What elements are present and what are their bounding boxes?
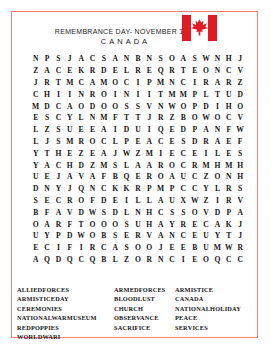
- grid-cell: V: [64, 206, 75, 218]
- grid-cell: S: [30, 195, 41, 207]
- grid-cell: R: [234, 242, 245, 254]
- grid-cell: H: [53, 147, 64, 159]
- grid-cell: S: [53, 53, 64, 65]
- grid-cell: P: [144, 183, 155, 195]
- grid-cell: U: [30, 171, 41, 183]
- grid-cell: E: [30, 242, 41, 254]
- grid-cell: Z: [87, 159, 98, 171]
- grid-cell: E: [189, 254, 200, 266]
- grid-cell: C: [75, 254, 86, 266]
- grid-cell: K: [110, 183, 121, 195]
- grid-cell: R: [132, 65, 143, 77]
- word-list-item: NATIONALHOLIDAY: [175, 304, 241, 313]
- grid-cell: I: [212, 195, 223, 207]
- grid-cell: S: [53, 136, 64, 148]
- grid-cell: R: [64, 195, 75, 207]
- grid-cell: I: [121, 195, 132, 207]
- grid-cell: E: [132, 136, 143, 148]
- grid-cell: C: [155, 136, 166, 148]
- grid-cell: E: [166, 147, 177, 159]
- grid-cell: P: [166, 183, 177, 195]
- grid-cell: W: [87, 206, 98, 218]
- grid-cell: A: [64, 100, 75, 112]
- grid-cell: C: [41, 242, 52, 254]
- grid-cell: H: [144, 218, 155, 230]
- grid-cell: O: [144, 242, 155, 254]
- grid-cell: S: [234, 147, 245, 159]
- grid-cell: A: [98, 124, 109, 136]
- grid-cell: E: [121, 230, 132, 242]
- grid-cell: P: [121, 136, 132, 148]
- grid-cell: A: [155, 230, 166, 242]
- grid-cell: D: [110, 206, 121, 218]
- grid-cell: H: [223, 53, 234, 65]
- word-search-grid: NPSJACSANBNSOASWNHJZACEKRDELREQRTEONCVJR…: [30, 53, 246, 265]
- grid-cell: S: [53, 124, 64, 136]
- grid-cell: E: [41, 195, 52, 207]
- grid-cell: I: [110, 88, 121, 100]
- grid-cell: I: [144, 124, 155, 136]
- grid-cell: A: [155, 218, 166, 230]
- grid-cell: N: [87, 112, 98, 124]
- grid-cell: Z: [200, 171, 211, 183]
- grid-cell: H: [234, 159, 245, 171]
- grid-cell: D: [178, 124, 189, 136]
- grid-cell: C: [30, 88, 41, 100]
- grid-cell: K: [75, 65, 86, 77]
- grid-cell: M: [155, 77, 166, 89]
- grid-cell: E: [223, 136, 234, 148]
- grid-cell: M: [155, 183, 166, 195]
- grid-cell: D: [41, 100, 52, 112]
- grid-cell: O: [166, 53, 177, 65]
- grid-cell: R: [166, 65, 177, 77]
- grid-cell: D: [234, 88, 245, 100]
- grid-cell: R: [189, 159, 200, 171]
- grid-cell: T: [155, 88, 166, 100]
- grid-cell: A: [155, 195, 166, 207]
- grid-cell: L: [110, 136, 121, 148]
- grid-cell: H: [64, 159, 75, 171]
- grid-cell: I: [64, 88, 75, 100]
- grid-cell: J: [41, 136, 52, 148]
- grid-cell: T: [132, 112, 143, 124]
- grid-cell: N: [87, 183, 98, 195]
- grid-cell: F: [41, 206, 52, 218]
- grid-cell: I: [178, 254, 189, 266]
- grid-cell: M: [166, 88, 177, 100]
- grid-cell: S: [155, 53, 166, 65]
- word-list-item: REDPOPPIES: [17, 323, 97, 332]
- grid-cell: E: [166, 136, 177, 148]
- grid-cell: R: [144, 254, 155, 266]
- grid-cell: F: [98, 171, 109, 183]
- grid-cell: C: [166, 254, 177, 266]
- grid-cell: M: [200, 159, 211, 171]
- grid-cell: S: [98, 206, 109, 218]
- grid-cell: R: [144, 171, 155, 183]
- grid-cell: N: [155, 254, 166, 266]
- grid-cell: T: [53, 77, 64, 89]
- grid-cell: U: [30, 230, 41, 242]
- grid-cell: W: [121, 147, 132, 159]
- grid-cell: W: [234, 124, 245, 136]
- grid-cell: V: [144, 100, 155, 112]
- word-list-item: NATIONALWARMUSEUM: [17, 313, 97, 322]
- grid-cell: B: [132, 53, 143, 65]
- grid-cell: C: [178, 159, 189, 171]
- grid-cell: E: [110, 65, 121, 77]
- grid-cell: I: [132, 88, 143, 100]
- grid-cell: Q: [75, 183, 86, 195]
- grid-cell: E: [178, 242, 189, 254]
- grid-cell: N: [41, 183, 52, 195]
- grid-cell: Y: [200, 183, 211, 195]
- grid-cell: C: [53, 112, 64, 124]
- word-list-item: ARMISTICE: [175, 285, 241, 294]
- grid-cell: T: [212, 88, 223, 100]
- grid-cell: R: [75, 136, 86, 148]
- grid-cell: Z: [121, 254, 132, 266]
- grid-cell: A: [53, 206, 64, 218]
- grid-cell: O: [75, 195, 86, 207]
- grid-cell: S: [121, 218, 132, 230]
- grid-cell: Q: [121, 171, 132, 183]
- grid-cell: O: [98, 218, 109, 230]
- grid-cell: P: [189, 100, 200, 112]
- grid-cell: V: [234, 112, 245, 124]
- grid-cell: S: [110, 159, 121, 171]
- grid-cell: S: [132, 100, 143, 112]
- grid-cell: O: [155, 171, 166, 183]
- grid-cell: I: [53, 88, 64, 100]
- grid-cell: M: [144, 147, 155, 159]
- grid-cell: O: [212, 171, 223, 183]
- grid-cell: N: [212, 65, 223, 77]
- grid-cell: D: [87, 100, 98, 112]
- grid-cell: Z: [30, 65, 41, 77]
- grid-cell: A: [110, 242, 121, 254]
- word-list-item: OBSERVANCE: [114, 313, 166, 322]
- grid-cell: S: [41, 112, 52, 124]
- grid-cell: A: [212, 77, 223, 89]
- grid-cell: B: [110, 171, 121, 183]
- grid-cell: O: [132, 254, 143, 266]
- grid-cell: D: [98, 195, 109, 207]
- grid-cell: R: [53, 218, 64, 230]
- grid-cell: L: [212, 183, 223, 195]
- grid-cell: C: [155, 206, 166, 218]
- grid-cell: B: [98, 254, 109, 266]
- grid-cell: D: [75, 159, 86, 171]
- grid-cell: Q: [87, 254, 98, 266]
- grid-cell: F: [64, 218, 75, 230]
- grid-cell: M: [223, 159, 234, 171]
- grid-cell: H: [212, 159, 223, 171]
- grid-cell: N: [155, 100, 166, 112]
- grid-cell: O: [189, 112, 200, 124]
- grid-cell: C: [234, 254, 245, 266]
- grid-cell: V: [234, 65, 245, 77]
- grid-cell: E: [30, 112, 41, 124]
- grid-cell: E: [189, 65, 200, 77]
- grid-cell: E: [189, 147, 200, 159]
- grid-cell: R: [155, 112, 166, 124]
- grid-cell: P: [189, 124, 200, 136]
- grid-cell: Y: [41, 230, 52, 242]
- grid-cell: R: [223, 183, 234, 195]
- grid-cell: R: [87, 242, 98, 254]
- grid-cell: T: [41, 147, 52, 159]
- grid-cell: I: [53, 242, 64, 254]
- grid-cell: Z: [234, 77, 245, 89]
- grid-cell: O: [212, 112, 223, 124]
- word-list-item: CHURCH: [114, 304, 166, 313]
- grid-cell: N: [212, 53, 223, 65]
- grid-cell: E: [87, 124, 98, 136]
- grid-cell: E: [110, 195, 121, 207]
- grid-cell: L: [212, 147, 223, 159]
- grid-cell: B: [178, 112, 189, 124]
- grid-cell: I: [144, 88, 155, 100]
- grid-cell: O: [132, 242, 143, 254]
- grid-cell: L: [132, 195, 143, 207]
- grid-cell: W: [166, 100, 177, 112]
- grid-cell: C: [223, 112, 234, 124]
- grid-cell: E: [189, 230, 200, 242]
- grid-cell: S: [189, 53, 200, 65]
- grid-cell: Z: [166, 112, 177, 124]
- grid-cell: T: [178, 65, 189, 77]
- grid-cell: E: [64, 147, 75, 159]
- grid-cell: S: [234, 183, 245, 195]
- grid-cell: N: [144, 53, 155, 65]
- grid-cell: C: [178, 147, 189, 159]
- grid-cell: C: [200, 218, 211, 230]
- grid-cell: I: [155, 147, 166, 159]
- grid-cell: H: [41, 88, 52, 100]
- grid-cell: E: [166, 124, 177, 136]
- grid-cell: O: [75, 100, 86, 112]
- grid-cell: U: [223, 88, 234, 100]
- grid-cell: D: [75, 206, 86, 218]
- grid-cell: N: [121, 53, 132, 65]
- grid-cell: D: [98, 65, 109, 77]
- grid-cell: A: [87, 171, 98, 183]
- grid-cell: R: [132, 183, 143, 195]
- grid-cell: E: [144, 65, 155, 77]
- grid-cell: J: [144, 112, 155, 124]
- grid-cell: X: [178, 195, 189, 207]
- grid-cell: Z: [41, 124, 52, 136]
- grid-cell: D: [189, 136, 200, 148]
- grid-cell: A: [132, 159, 143, 171]
- grid-cell: A: [110, 53, 121, 65]
- grid-cell: N: [166, 230, 177, 242]
- grid-cell: U: [200, 230, 211, 242]
- grid-cell: C: [98, 242, 109, 254]
- grid-cell: P: [189, 88, 200, 100]
- grid-cell: I: [200, 147, 211, 159]
- grid-cell: A: [87, 77, 98, 89]
- grid-cell: L: [121, 206, 132, 218]
- grid-cell: B: [98, 230, 109, 242]
- grid-cell: J: [53, 171, 64, 183]
- grid-cell: F: [223, 124, 234, 136]
- grid-cell: M: [64, 136, 75, 148]
- grid-cell: N: [75, 88, 86, 100]
- grid-cell: Q: [155, 65, 166, 77]
- grid-cell: L: [110, 254, 121, 266]
- grid-cell: R: [87, 88, 98, 100]
- grid-cell: R: [178, 218, 189, 230]
- grid-cell: N: [132, 206, 143, 218]
- grid-cell: V: [144, 230, 155, 242]
- grid-cell: R: [200, 77, 211, 89]
- word-list-item: ARMISTICEDAY: [17, 294, 97, 303]
- grid-cell: C: [178, 230, 189, 242]
- grid-cell: R: [223, 77, 234, 89]
- word-list-item: SERVICES: [175, 323, 241, 332]
- grid-cell: U: [178, 171, 189, 183]
- grid-cell: D: [200, 100, 211, 112]
- grid-cell: C: [53, 65, 64, 77]
- page-title: REMEMBRANCE DAY- NOVEMBER 11TH: [55, 28, 193, 35]
- grid-cell: D: [53, 254, 64, 266]
- grid-cell: M: [212, 242, 223, 254]
- grid-cell: A: [212, 136, 223, 148]
- grid-cell: J: [234, 230, 245, 242]
- grid-cell: S: [121, 242, 132, 254]
- grid-cell: W: [223, 242, 234, 254]
- grid-cell: I: [212, 100, 223, 112]
- grid-cell: A: [178, 53, 189, 65]
- grid-cell: Y: [30, 159, 41, 171]
- grid-cell: U: [200, 242, 211, 254]
- grid-cell: J: [234, 218, 245, 230]
- grid-cell: Z: [75, 147, 86, 159]
- grid-cell: W: [75, 230, 86, 242]
- grid-cell: O: [98, 100, 109, 112]
- grid-cell: T: [223, 230, 234, 242]
- grid-cell: U: [132, 218, 143, 230]
- grid-cell: O: [166, 159, 177, 171]
- grid-cell: L: [144, 195, 155, 207]
- grid-cell: O: [234, 100, 245, 112]
- grid-cell: P: [53, 230, 64, 242]
- grid-cell: W: [189, 195, 200, 207]
- grid-cell: M: [64, 77, 75, 89]
- grid-cell: N: [223, 171, 234, 183]
- grid-cell: Z: [132, 147, 143, 159]
- grid-cell: E: [41, 171, 52, 183]
- grid-cell: J: [234, 53, 245, 65]
- grid-cell: F: [234, 136, 245, 148]
- grid-cell: Q: [64, 254, 75, 266]
- grid-cell: N: [121, 88, 132, 100]
- grid-cell: L: [30, 136, 41, 148]
- grid-cell: F: [87, 195, 98, 207]
- grid-cell: K: [121, 183, 132, 195]
- word-list-column-2: ARMEDFORCESBLOODLUSTCHURCHOBSERVANCESACR…: [114, 285, 166, 332]
- grid-cell: S: [98, 53, 109, 65]
- grid-cell: L: [121, 65, 132, 77]
- page-subtitle: CANADA: [0, 37, 248, 46]
- grid-cell: A: [30, 254, 41, 266]
- grid-cell: W: [200, 112, 211, 124]
- word-list-column-1: ALLIEDFORCESARMISTICEDAYCEREMONIESNATION…: [17, 285, 97, 341]
- grid-cell: C: [98, 136, 109, 148]
- grid-cell: C: [53, 159, 64, 171]
- grid-cell: U: [132, 124, 143, 136]
- grid-cell: P: [144, 77, 155, 89]
- grid-cell: J: [155, 242, 166, 254]
- grid-cell: I: [189, 77, 200, 89]
- grid-cell: D: [30, 183, 41, 195]
- grid-cell: O: [87, 136, 98, 148]
- word-list-item: ALLIEDFORCES: [17, 285, 97, 294]
- grid-cell: U: [64, 124, 75, 136]
- grid-cell: H: [234, 171, 245, 183]
- grid-cell: R: [87, 65, 98, 77]
- grid-cell: A: [64, 171, 75, 183]
- grid-cell: C: [53, 100, 64, 112]
- word-list-item: CANADA: [175, 294, 241, 303]
- grid-cell: A: [75, 53, 86, 65]
- grid-cell: O: [98, 88, 109, 100]
- word-list-item: BLOODLUST: [114, 294, 166, 303]
- grid-cell: Q: [41, 254, 52, 266]
- grid-cell: B: [189, 242, 200, 254]
- grid-cell: V: [234, 195, 245, 207]
- grid-cell: A: [200, 124, 211, 136]
- grid-cell: R: [223, 195, 234, 207]
- grid-cell: R: [200, 136, 211, 148]
- grid-cell: E: [87, 147, 98, 159]
- grid-cell: O: [30, 218, 41, 230]
- grid-cell: O: [110, 77, 121, 89]
- grid-cell: T: [75, 218, 86, 230]
- grid-cell: P: [223, 206, 234, 218]
- grid-cell: F: [64, 242, 75, 254]
- grid-cell: F: [110, 112, 121, 124]
- grid-cell: U: [166, 195, 177, 207]
- grid-cell: C: [75, 77, 86, 89]
- grid-cell: M: [98, 112, 109, 124]
- grid-cell: M: [30, 100, 41, 112]
- grid-cell: E: [64, 65, 75, 77]
- grid-cell: Q: [155, 124, 166, 136]
- grid-cell: C: [223, 65, 234, 77]
- grid-cell: A: [41, 218, 52, 230]
- grid-cell: E: [166, 242, 177, 254]
- grid-cell: W: [200, 53, 211, 65]
- grid-cell: R: [155, 159, 166, 171]
- grid-cell: Y: [212, 230, 223, 242]
- grid-cell: O: [200, 65, 211, 77]
- grid-cell: N: [30, 53, 41, 65]
- grid-cell: Y: [30, 147, 41, 159]
- grid-cell: E: [189, 218, 200, 230]
- grid-cell: O: [87, 230, 98, 242]
- grid-cell: S: [121, 100, 132, 112]
- grid-cell: C: [121, 77, 132, 89]
- grid-cell: J: [30, 77, 41, 89]
- grid-cell: A: [144, 159, 155, 171]
- grid-cell: I: [110, 124, 121, 136]
- grid-cell: O: [178, 100, 189, 112]
- grid-cell: Q: [212, 254, 223, 266]
